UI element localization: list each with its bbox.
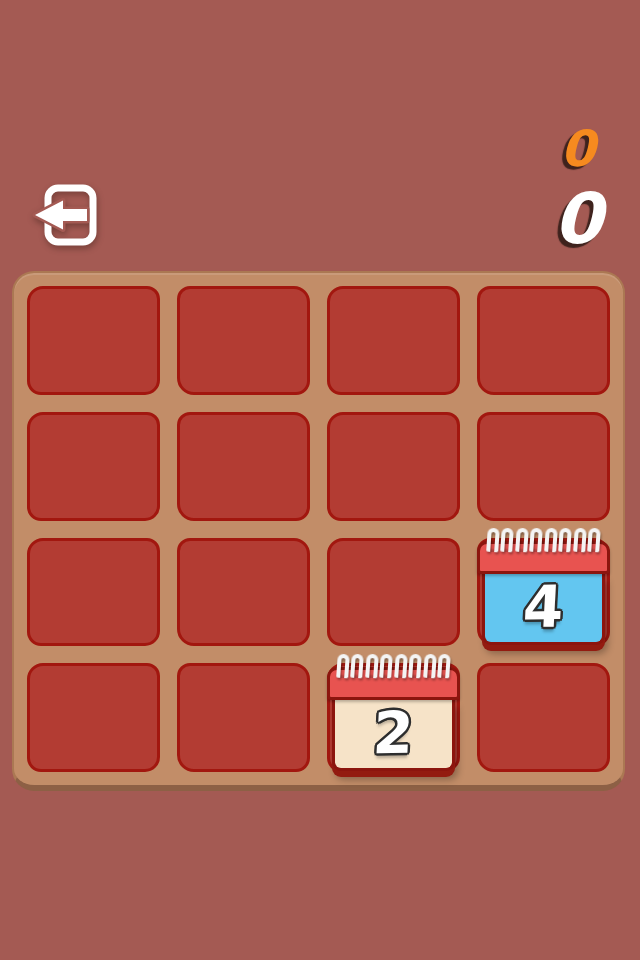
board-cell <box>177 663 310 772</box>
spiral-ring-icon <box>573 528 587 553</box>
tile-calendar-body: 4 <box>482 572 605 645</box>
board-cell <box>27 286 160 395</box>
spiral-ring-icon <box>587 528 601 553</box>
board-cell <box>477 412 610 521</box>
game-screen: 0 0 42 <box>0 0 640 960</box>
tile-calendar-body: 2 <box>332 698 455 771</box>
board-cell: 4 <box>477 538 610 647</box>
tile-2[interactable]: 2 <box>327 667 460 771</box>
game-board[interactable]: 42 <box>12 271 625 791</box>
board-cell <box>327 286 460 395</box>
tile-value: 2 <box>372 704 415 763</box>
back-exit-arrow-icon <box>31 184 97 246</box>
spiral-ring-icon <box>423 654 437 679</box>
spiral-ring-icon <box>529 528 543 553</box>
spiral-binding <box>487 528 600 552</box>
tile-4[interactable]: 4 <box>477 541 610 645</box>
spiral-ring-icon <box>486 528 500 553</box>
spiral-ring-icon <box>501 528 515 553</box>
board-cell <box>27 538 160 647</box>
board-cell <box>177 286 310 395</box>
spiral-ring-icon <box>437 654 451 679</box>
board-cell <box>177 538 310 647</box>
spiral-binding <box>337 654 450 678</box>
spiral-ring-icon <box>379 654 393 679</box>
spiral-ring-icon <box>336 654 350 679</box>
spiral-ring-icon <box>408 654 422 679</box>
board-cell <box>477 663 610 772</box>
board-cell: 2 <box>327 663 460 772</box>
tile-value: 4 <box>522 578 565 637</box>
board-cell <box>27 663 160 772</box>
board-cell <box>177 412 310 521</box>
spiral-ring-icon <box>351 654 365 679</box>
spiral-ring-icon <box>515 528 529 553</box>
back-button[interactable] <box>31 184 97 246</box>
score-bottom: 0 <box>553 184 602 254</box>
board-cell <box>27 412 160 521</box>
spiral-ring-icon <box>365 654 379 679</box>
board-cell <box>327 412 460 521</box>
spiral-ring-icon <box>544 528 558 553</box>
spiral-ring-icon <box>394 654 408 679</box>
board-cell <box>327 538 460 647</box>
score-top: 0 <box>560 124 595 174</box>
spiral-ring-icon <box>558 528 572 553</box>
board-cell <box>477 286 610 395</box>
